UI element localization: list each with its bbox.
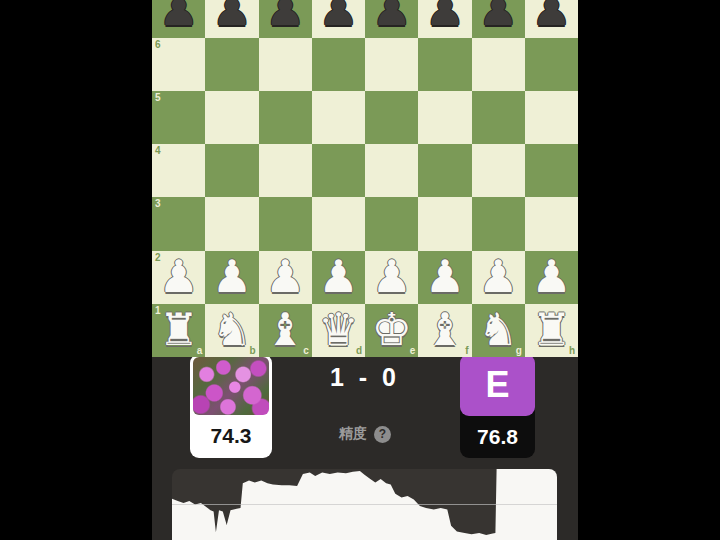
white-rook: ♜ [531, 307, 571, 352]
square-h2[interactable]: ♟ [525, 251, 578, 304]
square-b3[interactable] [205, 197, 258, 250]
square-f1[interactable]: f♝ [418, 304, 471, 357]
square-a5[interactable]: 5 [152, 91, 205, 144]
square-d3[interactable] [312, 197, 365, 250]
rank-label-6: 6 [155, 39, 161, 50]
square-d7[interactable]: ♟ [312, 0, 365, 38]
black-pawn: ♟ [158, 0, 198, 32]
square-e1[interactable]: e♚ [365, 304, 418, 357]
square-d1[interactable]: d♛ [312, 304, 365, 357]
black-pawn: ♟ [371, 0, 411, 32]
white-knight: ♞ [478, 307, 518, 352]
square-g3[interactable] [472, 197, 525, 250]
white-knight: ♞ [212, 307, 252, 352]
square-g4[interactable] [472, 144, 525, 197]
accuracy-row: 精度 ? [152, 425, 578, 443]
letterbox-left [0, 0, 152, 540]
square-d2[interactable]: ♟ [312, 251, 365, 304]
square-a3[interactable]: 3 [152, 197, 205, 250]
square-b5[interactable] [205, 91, 258, 144]
square-a7[interactable]: 7♟ [152, 0, 205, 38]
letterbox-right [578, 0, 720, 540]
rank-label-3: 3 [155, 198, 161, 209]
chess-board[interactable]: 8♜♞♝♛♚♝♞♜7♟♟♟♟♟♟♟♟65432♟♟♟♟♟♟♟♟1a♜b♞c♝d♛… [152, 0, 578, 357]
square-a1[interactable]: 1a♜ [152, 304, 205, 357]
square-b6[interactable] [205, 38, 258, 91]
square-e6[interactable] [365, 38, 418, 91]
square-c3[interactable] [259, 197, 312, 250]
white-pawn: ♟ [158, 254, 198, 299]
white-pawn: ♟ [318, 254, 358, 299]
square-g6[interactable] [472, 38, 525, 91]
square-b2[interactable]: ♟ [205, 251, 258, 304]
black-pawn: ♟ [265, 0, 305, 32]
white-king: ♚ [371, 307, 411, 352]
help-icon[interactable]: ? [374, 426, 391, 443]
black-pawn: ♟ [318, 0, 358, 32]
screen: 8♜♞♝♛♚♝♞♜7♟♟♟♟♟♟♟♟65432♟♟♟♟♟♟♟♟1a♜b♞c♝d♛… [0, 0, 720, 540]
white-bishop: ♝ [265, 307, 305, 352]
square-a4[interactable]: 4 [152, 144, 205, 197]
square-a2[interactable]: 2♟ [152, 251, 205, 304]
square-f2[interactable]: ♟ [418, 251, 471, 304]
square-h1[interactable]: h♜ [525, 304, 578, 357]
white-queen: ♛ [318, 307, 358, 352]
square-f4[interactable] [418, 144, 471, 197]
white-pawn: ♟ [531, 254, 571, 299]
square-f5[interactable] [418, 91, 471, 144]
rank-label-5: 5 [155, 92, 161, 103]
game-review-panel: 8♜♞♝♛♚♝♞♜7♟♟♟♟♟♟♟♟65432♟♟♟♟♟♟♟♟1a♜b♞c♝d♛… [152, 0, 578, 540]
white-pawn: ♟ [212, 254, 252, 299]
square-f6[interactable] [418, 38, 471, 91]
game-result: 1 - 0 [152, 363, 578, 392]
square-b4[interactable] [205, 144, 258, 197]
white-rook: ♜ [158, 307, 198, 352]
square-b1[interactable]: b♞ [205, 304, 258, 357]
square-f3[interactable] [418, 197, 471, 250]
square-c5[interactable] [259, 91, 312, 144]
square-e3[interactable] [365, 197, 418, 250]
black-pawn: ♟ [425, 0, 465, 32]
white-pawn: ♟ [265, 254, 305, 299]
square-c1[interactable]: c♝ [259, 304, 312, 357]
square-h6[interactable] [525, 38, 578, 91]
square-b7[interactable]: ♟ [205, 0, 258, 38]
file-label-f: f [465, 345, 468, 356]
square-f7[interactable]: ♟ [418, 0, 471, 38]
square-d6[interactable] [312, 38, 365, 91]
black-pawn: ♟ [531, 0, 571, 32]
square-h7[interactable]: ♟ [525, 0, 578, 38]
accuracy-label: 精度 [339, 425, 367, 443]
square-c7[interactable]: ♟ [259, 0, 312, 38]
square-g1[interactable]: g♞ [472, 304, 525, 357]
square-c4[interactable] [259, 144, 312, 197]
evaluation-graph[interactable] [172, 469, 557, 540]
square-d5[interactable] [312, 91, 365, 144]
white-bishop: ♝ [425, 307, 465, 352]
white-pawn: ♟ [478, 254, 518, 299]
square-c6[interactable] [259, 38, 312, 91]
black-pawn: ♟ [212, 0, 252, 32]
square-h4[interactable] [525, 144, 578, 197]
eval-midline [172, 504, 557, 505]
square-h3[interactable] [525, 197, 578, 250]
square-g7[interactable]: ♟ [472, 0, 525, 38]
board-grid: 8♜♞♝♛♚♝♞♜7♟♟♟♟♟♟♟♟65432♟♟♟♟♟♟♟♟1a♜b♞c♝d♛… [152, 0, 578, 357]
black-pawn: ♟ [478, 0, 518, 32]
white-pawn: ♟ [425, 254, 465, 299]
square-d4[interactable] [312, 144, 365, 197]
square-e5[interactable] [365, 91, 418, 144]
square-c2[interactable]: ♟ [259, 251, 312, 304]
square-e4[interactable] [365, 144, 418, 197]
square-g5[interactable] [472, 91, 525, 144]
rank-label-4: 4 [155, 145, 161, 156]
square-h5[interactable] [525, 91, 578, 144]
square-a6[interactable]: 6 [152, 38, 205, 91]
white-pawn: ♟ [371, 254, 411, 299]
square-g2[interactable]: ♟ [472, 251, 525, 304]
square-e2[interactable]: ♟ [365, 251, 418, 304]
square-e7[interactable]: ♟ [365, 0, 418, 38]
